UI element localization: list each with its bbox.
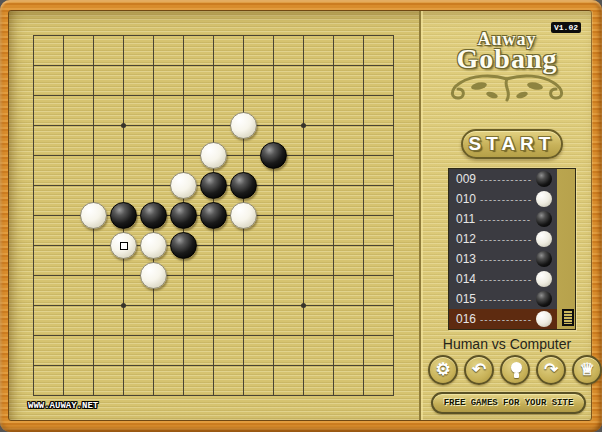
move-stone-icon (536, 311, 552, 327)
move-row[interactable]: 016------------ (449, 309, 557, 329)
white-stone (80, 202, 107, 229)
move-dashes: ------------ (479, 214, 533, 225)
black-stone (200, 172, 227, 199)
move-row[interactable]: 009------------ (449, 169, 557, 189)
move-dashes: ------------ (480, 174, 533, 185)
move-stone-icon (536, 231, 552, 247)
move-number: 015 (456, 292, 476, 306)
white-stone (200, 142, 227, 169)
white-stone (230, 112, 257, 139)
game-logo: Auway Gobang (421, 31, 593, 71)
star-point (121, 123, 126, 128)
star-point (301, 123, 306, 128)
move-number: 012 (456, 232, 476, 246)
gobang-game-window: WWW.AUWAY.NET Auway Gobang V1.02 (0, 0, 602, 432)
game-surface: WWW.AUWAY.NET Auway Gobang V1.02 (8, 10, 592, 421)
move-stone-icon (536, 271, 552, 287)
undo-arrow-icon: ↶ (466, 357, 492, 383)
black-stone (230, 172, 257, 199)
white-stone (230, 202, 257, 229)
last-move-marker (120, 242, 128, 250)
crown-icon: ♕ (574, 357, 600, 383)
move-row[interactable]: 012------------ (449, 229, 557, 249)
move-dashes: ------------ (480, 274, 533, 285)
black-stone (110, 202, 137, 229)
move-number: 016 (456, 312, 476, 326)
move-row[interactable]: 011------------ (449, 209, 557, 229)
black-stone (140, 202, 167, 229)
star-point (301, 303, 306, 308)
redo-arrow-icon: ↷ (538, 357, 564, 383)
white-stone (110, 232, 137, 259)
light-bulb-icon (511, 362, 522, 373)
move-list[interactable]: 009------------ 010------------ 011-----… (449, 169, 557, 329)
gear-icon: ⚙ (430, 357, 456, 383)
black-stone (170, 232, 197, 259)
move-dashes: ------------ (480, 314, 533, 325)
redo-button[interactable]: ↷ (536, 355, 566, 385)
move-row[interactable]: 013------------ (449, 249, 557, 269)
settings-button[interactable]: ⚙ (428, 355, 458, 385)
board-section: WWW.AUWAY.NET (9, 11, 419, 420)
move-number: 011 (456, 212, 475, 226)
move-number: 013 (456, 252, 476, 266)
move-row[interactable]: 010------------ (449, 189, 557, 209)
logo-title-gobang: Gobang (421, 47, 593, 71)
watermark: WWW.AUWAY.NET (28, 401, 98, 411)
move-stone-icon (536, 251, 552, 267)
move-dashes: ------------ (480, 234, 533, 245)
move-dashes: ------------ (480, 294, 533, 305)
undo-button[interactable]: ↶ (464, 355, 494, 385)
white-stone (170, 172, 197, 199)
move-number: 014 (456, 272, 476, 286)
rankings-button[interactable]: ♕ (572, 355, 602, 385)
move-row[interactable]: 014------------ (449, 269, 557, 289)
move-number: 009 (456, 172, 476, 186)
black-stone (200, 202, 227, 229)
white-stone (140, 262, 167, 289)
free-games-button[interactable]: FREE GAMES FOR YOUR SITE (431, 392, 586, 414)
move-dashes: ------------ (480, 254, 533, 265)
side-panel: Auway Gobang V1.02 (419, 11, 593, 420)
hint-button[interactable] (500, 355, 530, 385)
white-stone (140, 232, 167, 259)
move-list-box: 009------------ 010------------ 011-----… (448, 168, 576, 330)
move-dashes: ------------ (480, 194, 533, 205)
move-number: 010 (456, 192, 476, 206)
scrollbar-thumb[interactable] (562, 309, 574, 326)
black-stone (170, 202, 197, 229)
star-point (121, 303, 126, 308)
move-stone-icon (536, 171, 552, 187)
light-bulb-base (514, 373, 519, 378)
start-button[interactable]: START (461, 129, 563, 159)
move-stone-icon (536, 211, 552, 227)
move-stone-icon (536, 191, 552, 207)
black-stone (260, 142, 287, 169)
version-badge: V1.02 (551, 22, 581, 33)
flourish-ornament-icon (421, 73, 593, 107)
move-row[interactable]: 015------------ (449, 289, 557, 309)
mode-label: Human vs Computer (421, 336, 593, 352)
move-stone-icon (536, 291, 552, 307)
control-buttons-row: ⚙ ↶ ↷ ♕ (421, 355, 593, 385)
board-grid[interactable] (33, 35, 394, 396)
